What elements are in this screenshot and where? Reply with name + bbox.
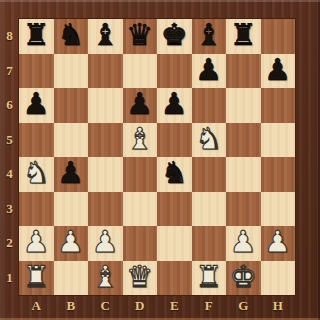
square-e3[interactable] xyxy=(157,192,192,227)
rank-label-3: 3 xyxy=(0,192,19,227)
file-label-d: D xyxy=(123,295,158,320)
square-b3[interactable] xyxy=(54,192,89,227)
square-d8[interactable]: ♛ xyxy=(123,19,158,54)
square-h3[interactable] xyxy=(261,192,296,227)
square-a7[interactable] xyxy=(19,54,54,89)
square-h6[interactable] xyxy=(261,88,296,123)
square-c5[interactable] xyxy=(88,123,123,158)
square-e7[interactable] xyxy=(157,54,192,89)
square-g6[interactable] xyxy=(226,88,261,123)
square-b5[interactable] xyxy=(54,123,89,158)
square-c8[interactable]: ♝ xyxy=(88,19,123,54)
piece-white-pawn[interactable]: ♟ xyxy=(57,227,84,257)
square-d1[interactable]: ♛ xyxy=(123,261,158,296)
piece-black-knight[interactable]: ♞ xyxy=(57,20,84,50)
square-e4[interactable]: ♞ xyxy=(157,157,192,192)
square-c1[interactable]: ♝ xyxy=(88,261,123,296)
square-f6[interactable] xyxy=(192,88,227,123)
square-e1[interactable] xyxy=(157,261,192,296)
file-label-g: G xyxy=(226,295,261,320)
piece-black-rook[interactable]: ♜ xyxy=(230,20,257,50)
rank-label-7: 7 xyxy=(0,54,19,89)
square-d5[interactable]: ♝ xyxy=(123,123,158,158)
piece-white-pawn[interactable]: ♟ xyxy=(23,227,50,257)
piece-black-pawn[interactable]: ♟ xyxy=(161,89,188,119)
square-a2[interactable]: ♟ xyxy=(19,226,54,261)
square-b7[interactable] xyxy=(54,54,89,89)
square-e5[interactable] xyxy=(157,123,192,158)
piece-black-rook[interactable]: ♜ xyxy=(23,20,50,50)
piece-white-knight[interactable]: ♞ xyxy=(23,158,50,188)
piece-black-pawn[interactable]: ♟ xyxy=(126,89,153,119)
piece-white-pawn[interactable]: ♟ xyxy=(264,227,291,257)
file-label-c: C xyxy=(88,295,123,320)
square-g1[interactable]: ♚ xyxy=(226,261,261,296)
square-f4[interactable] xyxy=(192,157,227,192)
square-c3[interactable] xyxy=(88,192,123,227)
square-h4[interactable] xyxy=(261,157,296,192)
square-g5[interactable] xyxy=(226,123,261,158)
square-b6[interactable] xyxy=(54,88,89,123)
piece-white-rook[interactable]: ♜ xyxy=(195,262,222,292)
rank-labels: 87654321 xyxy=(0,19,19,295)
square-a4[interactable]: ♞ xyxy=(19,157,54,192)
square-b4[interactable]: ♟ xyxy=(54,157,89,192)
piece-white-knight[interactable]: ♞ xyxy=(195,124,222,154)
piece-black-queen[interactable]: ♛ xyxy=(126,20,153,50)
piece-black-knight[interactable]: ♞ xyxy=(161,158,188,188)
square-c7[interactable] xyxy=(88,54,123,89)
piece-white-king[interactable]: ♚ xyxy=(230,262,257,292)
square-a1[interactable]: ♜ xyxy=(19,261,54,296)
piece-white-pawn[interactable]: ♟ xyxy=(92,227,119,257)
rank-label-8: 8 xyxy=(0,19,19,54)
piece-black-king[interactable]: ♚ xyxy=(161,20,188,50)
piece-black-bishop[interactable]: ♝ xyxy=(195,20,222,50)
square-e2[interactable] xyxy=(157,226,192,261)
square-f7[interactable]: ♟ xyxy=(192,54,227,89)
rank-label-5: 5 xyxy=(0,123,19,158)
square-h1[interactable] xyxy=(261,261,296,296)
piece-white-rook[interactable]: ♜ xyxy=(23,262,50,292)
square-h8[interactable] xyxy=(261,19,296,54)
square-e6[interactable]: ♟ xyxy=(157,88,192,123)
piece-black-pawn[interactable]: ♟ xyxy=(195,55,222,85)
square-d4[interactable] xyxy=(123,157,158,192)
rank-label-4: 4 xyxy=(0,157,19,192)
file-label-e: E xyxy=(157,295,192,320)
square-c2[interactable]: ♟ xyxy=(88,226,123,261)
square-c4[interactable] xyxy=(88,157,123,192)
rank-label-1: 1 xyxy=(0,261,19,296)
file-label-a: A xyxy=(19,295,54,320)
rank-label-6: 6 xyxy=(0,88,19,123)
square-h7[interactable]: ♟ xyxy=(261,54,296,89)
piece-black-bishop[interactable]: ♝ xyxy=(92,20,119,50)
file-labels: ABCDEFGH xyxy=(19,295,295,320)
square-f5[interactable]: ♞ xyxy=(192,123,227,158)
square-b2[interactable]: ♟ xyxy=(54,226,89,261)
piece-white-pawn[interactable]: ♟ xyxy=(230,227,257,257)
square-f1[interactable]: ♜ xyxy=(192,261,227,296)
square-f3[interactable] xyxy=(192,192,227,227)
square-a5[interactable] xyxy=(19,123,54,158)
square-g3[interactable] xyxy=(226,192,261,227)
square-g8[interactable]: ♜ xyxy=(226,19,261,54)
piece-white-queen[interactable]: ♛ xyxy=(126,262,153,292)
square-h2[interactable]: ♟ xyxy=(261,226,296,261)
square-f8[interactable]: ♝ xyxy=(192,19,227,54)
square-d7[interactable] xyxy=(123,54,158,89)
rank-label-2: 2 xyxy=(0,226,19,261)
square-a8[interactable]: ♜ xyxy=(19,19,54,54)
square-g7[interactable] xyxy=(226,54,261,89)
piece-white-bishop[interactable]: ♝ xyxy=(92,262,119,292)
chess-board: ♜♞♝♛♚♝♜♟♟♟♟♟♝♞♞♟♞♟♟♟♟♟♜♝♛♜♚ xyxy=(18,18,296,296)
square-f2[interactable] xyxy=(192,226,227,261)
square-g2[interactable]: ♟ xyxy=(226,226,261,261)
square-a3[interactable] xyxy=(19,192,54,227)
square-b8[interactable]: ♞ xyxy=(54,19,89,54)
square-b1[interactable] xyxy=(54,261,89,296)
square-g4[interactable] xyxy=(226,157,261,192)
piece-white-bishop[interactable]: ♝ xyxy=(126,124,153,154)
square-c6[interactable] xyxy=(88,88,123,123)
square-d6[interactable]: ♟ xyxy=(123,88,158,123)
square-e8[interactable]: ♚ xyxy=(157,19,192,54)
chess-board-frame: 87654321 ABCDEFGH ♜♞♝♛♚♝♜♟♟♟♟♟♝♞♞♟♞♟♟♟♟♟… xyxy=(0,0,320,320)
square-d3[interactable] xyxy=(123,192,158,227)
square-a6[interactable]: ♟ xyxy=(19,88,54,123)
file-label-f: F xyxy=(192,295,227,320)
piece-black-pawn[interactable]: ♟ xyxy=(23,89,50,119)
square-h5[interactable] xyxy=(261,123,296,158)
square-d2[interactable] xyxy=(123,226,158,261)
file-label-h: H xyxy=(261,295,296,320)
file-label-b: B xyxy=(54,295,89,320)
piece-black-pawn[interactable]: ♟ xyxy=(57,158,84,188)
piece-black-pawn[interactable]: ♟ xyxy=(264,55,291,85)
